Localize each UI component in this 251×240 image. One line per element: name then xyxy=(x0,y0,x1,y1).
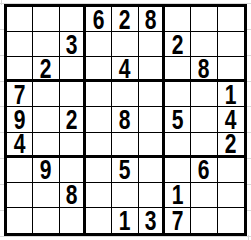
cell-r9c4[interactable] xyxy=(86,208,112,233)
cell-r1c8[interactable] xyxy=(191,7,217,32)
cell-r7c5[interactable]: 5 xyxy=(112,158,138,183)
cell-r2c9[interactable] xyxy=(218,32,244,57)
cell-r4c8[interactable] xyxy=(191,82,217,107)
cell-r6c7[interactable] xyxy=(165,133,191,158)
given-digit: 9 xyxy=(40,158,52,183)
cell-r2c3[interactable]: 3 xyxy=(60,32,86,57)
cell-r3c3[interactable] xyxy=(60,57,86,82)
cell-r6c3[interactable] xyxy=(60,133,86,158)
margin-gridline xyxy=(248,235,249,240)
given-digit: 5 xyxy=(119,158,131,183)
cell-r5c4[interactable] xyxy=(86,107,112,132)
cell-r5c9[interactable]: 4 xyxy=(218,107,244,132)
cell-r4c2[interactable] xyxy=(33,82,59,107)
cell-r5c3[interactable]: 2 xyxy=(60,107,86,132)
cell-r6c9[interactable]: 2 xyxy=(218,133,244,158)
cell-r8c9[interactable] xyxy=(218,183,244,208)
cell-r8c8[interactable] xyxy=(191,183,217,208)
given-digit: 6 xyxy=(198,158,210,183)
cell-r8c5[interactable] xyxy=(112,183,138,208)
cell-r7c7[interactable] xyxy=(165,158,191,183)
cell-r4c6[interactable] xyxy=(139,82,165,107)
cell-r7c9[interactable] xyxy=(218,158,244,183)
cell-r5c1[interactable]: 9 xyxy=(7,107,33,132)
given-digit: 4 xyxy=(225,107,237,132)
given-digit: 7 xyxy=(14,82,26,107)
cell-r1c5[interactable]: 2 xyxy=(112,7,138,32)
cell-r1c9[interactable] xyxy=(218,7,244,32)
cell-r2c5[interactable] xyxy=(112,32,138,57)
cell-r2c6[interactable] xyxy=(139,32,165,57)
cell-r9c7[interactable]: 7 xyxy=(165,208,191,233)
cell-r9c5[interactable]: 1 xyxy=(112,208,138,233)
cell-r2c1[interactable] xyxy=(7,32,33,57)
given-digit: 8 xyxy=(198,57,210,82)
cell-r7c8[interactable]: 6 xyxy=(191,158,217,183)
cell-r4c1[interactable]: 7 xyxy=(7,82,33,107)
given-digit: 7 xyxy=(172,208,184,233)
cell-r1c6[interactable]: 8 xyxy=(139,7,165,32)
cell-r6c8[interactable] xyxy=(191,133,217,158)
cell-r9c9[interactable] xyxy=(218,208,244,233)
sudoku-puzzle: 6283224871928544295681137 xyxy=(0,0,251,240)
cell-r8c1[interactable] xyxy=(7,183,33,208)
cell-r1c4[interactable]: 6 xyxy=(86,7,112,32)
cell-r7c4[interactable] xyxy=(86,158,112,183)
margin-gridline xyxy=(0,236,251,237)
given-digit: 5 xyxy=(172,107,184,132)
given-digit: 2 xyxy=(172,32,184,57)
sudoku-board: 6283224871928544295681137 xyxy=(4,4,247,236)
cell-r9c8[interactable] xyxy=(191,208,217,233)
given-digit: 1 xyxy=(119,208,131,233)
cell-r4c4[interactable] xyxy=(86,82,112,107)
cell-r1c1[interactable] xyxy=(7,7,33,32)
margin-gridline xyxy=(1,0,2,5)
cell-r3c7[interactable] xyxy=(165,57,191,82)
given-digit: 9 xyxy=(14,107,26,132)
cell-r5c2[interactable] xyxy=(33,107,59,132)
cell-r1c3[interactable] xyxy=(60,7,86,32)
given-digit: 8 xyxy=(65,183,77,208)
cell-r4c3[interactable] xyxy=(60,82,86,107)
cell-r1c7[interactable] xyxy=(165,7,191,32)
cell-r2c2[interactable] xyxy=(33,32,59,57)
given-digit: 2 xyxy=(65,107,77,132)
cell-r5c6[interactable] xyxy=(139,107,165,132)
given-digit: 2 xyxy=(40,57,52,82)
cell-r8c4[interactable] xyxy=(86,183,112,208)
cell-r7c3[interactable] xyxy=(60,158,86,183)
given-digit: 3 xyxy=(65,32,77,57)
cell-r3c4[interactable] xyxy=(86,57,112,82)
cell-r4c5[interactable] xyxy=(112,82,138,107)
cell-r8c6[interactable] xyxy=(139,183,165,208)
cell-r5c7[interactable]: 5 xyxy=(165,107,191,132)
given-digit: 4 xyxy=(119,57,131,82)
cell-r8c3[interactable]: 8 xyxy=(60,183,86,208)
given-digit: 8 xyxy=(144,7,156,32)
given-digit: 1 xyxy=(225,82,237,107)
cell-r8c2[interactable] xyxy=(33,183,59,208)
given-digit: 2 xyxy=(119,7,131,32)
cell-r7c2[interactable]: 9 xyxy=(33,158,59,183)
given-digit: 4 xyxy=(14,133,26,158)
cell-r5c8[interactable] xyxy=(191,107,217,132)
cell-r9c3[interactable] xyxy=(60,208,86,233)
cell-r2c8[interactable] xyxy=(191,32,217,57)
cell-r1c2[interactable] xyxy=(33,7,59,32)
cell-r9c6[interactable]: 3 xyxy=(139,208,165,233)
cell-r5c5[interactable]: 8 xyxy=(112,107,138,132)
cell-r3c2[interactable]: 2 xyxy=(33,57,59,82)
cell-r9c2[interactable] xyxy=(33,208,59,233)
cell-r7c6[interactable] xyxy=(139,158,165,183)
cell-r8c7[interactable]: 1 xyxy=(165,183,191,208)
given-digit: 1 xyxy=(172,183,184,208)
cell-r6c2[interactable] xyxy=(33,133,59,158)
cell-r3c6[interactable] xyxy=(139,57,165,82)
cell-r6c5[interactable] xyxy=(112,133,138,158)
given-digit: 6 xyxy=(93,7,105,32)
cell-r3c1[interactable] xyxy=(7,57,33,82)
given-digit: 3 xyxy=(144,208,156,233)
given-digit: 8 xyxy=(119,107,131,132)
cell-r6c4[interactable] xyxy=(86,133,112,158)
given-digit: 2 xyxy=(225,133,237,158)
cell-r7c1[interactable] xyxy=(7,158,33,183)
cell-r4c7[interactable] xyxy=(165,82,191,107)
cell-r2c7[interactable]: 2 xyxy=(165,32,191,57)
cell-r3c8[interactable]: 8 xyxy=(191,57,217,82)
cell-r3c5[interactable]: 4 xyxy=(112,57,138,82)
cell-r3c9[interactable] xyxy=(218,57,244,82)
cell-r6c1[interactable]: 4 xyxy=(7,133,33,158)
cell-r9c1[interactable] xyxy=(7,208,33,233)
cell-r4c9[interactable]: 1 xyxy=(218,82,244,107)
cell-r6c6[interactable] xyxy=(139,133,165,158)
cell-r2c4[interactable] xyxy=(86,32,112,57)
